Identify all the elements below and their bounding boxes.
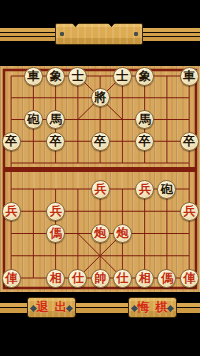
piece-black-象[interactable]: 象 (135, 67, 154, 86)
piece-red-俥[interactable]: 俥 (180, 269, 199, 288)
piece-black-車[interactable]: 車 (180, 67, 199, 86)
piece-red-傌[interactable]: 傌 (46, 224, 65, 243)
piece-black-卒[interactable]: 卒 (180, 132, 199, 151)
piece-red-相[interactable]: 相 (135, 269, 154, 288)
undo-button[interactable]: 悔棋 (128, 297, 177, 318)
piece-red-相[interactable]: 相 (46, 269, 65, 288)
piece-red-兵[interactable]: 兵 (180, 202, 199, 221)
piece-red-兵[interactable]: 兵 (135, 180, 154, 199)
piece-black-士[interactable]: 士 (68, 67, 87, 86)
piece-red-仕[interactable]: 仕 (68, 269, 87, 288)
piece-red-仕[interactable]: 仕 (113, 269, 132, 288)
app-screen: 車象士士象車將砲馬馬卒卒卒卒卒兵兵砲兵兵兵傌炮炮俥相仕帥仕相傌俥 退出 悔棋 (0, 0, 200, 356)
piece-black-士[interactable]: 士 (113, 67, 132, 86)
nail-icon (134, 32, 138, 36)
wood-notch (108, 23, 115, 27)
piece-red-兵[interactable]: 兵 (91, 180, 110, 199)
piece-black-象[interactable]: 象 (46, 67, 65, 86)
piece-black-砲[interactable]: 砲 (24, 110, 43, 129)
top-banner-plank (55, 23, 143, 45)
exit-button[interactable]: 退出 (27, 297, 76, 318)
wood-notch (72, 23, 79, 27)
piece-black-馬[interactable]: 馬 (46, 110, 65, 129)
piece-red-帥[interactable]: 帥 (91, 269, 110, 288)
piece-layer: 車象士士象車將砲馬馬卒卒卒卒卒兵兵砲兵兵兵傌炮炮俥相仕帥仕相傌俥 (0, 65, 200, 289)
piece-black-卒[interactable]: 卒 (91, 132, 110, 151)
piece-black-卒[interactable]: 卒 (46, 132, 65, 151)
piece-red-俥[interactable]: 俥 (2, 269, 21, 288)
piece-red-兵[interactable]: 兵 (46, 202, 65, 221)
piece-red-傌[interactable]: 傌 (157, 269, 176, 288)
nail-icon (60, 32, 64, 36)
piece-black-馬[interactable]: 馬 (135, 110, 154, 129)
piece-black-卒[interactable]: 卒 (2, 132, 21, 151)
piece-black-卒[interactable]: 卒 (135, 132, 154, 151)
piece-red-兵[interactable]: 兵 (2, 202, 21, 221)
piece-black-將[interactable]: 將 (91, 88, 110, 107)
piece-red-炮[interactable]: 炮 (113, 224, 132, 243)
piece-black-車[interactable]: 車 (24, 67, 43, 86)
piece-red-炮[interactable]: 炮 (91, 224, 110, 243)
piece-black-砲[interactable]: 砲 (157, 180, 176, 199)
